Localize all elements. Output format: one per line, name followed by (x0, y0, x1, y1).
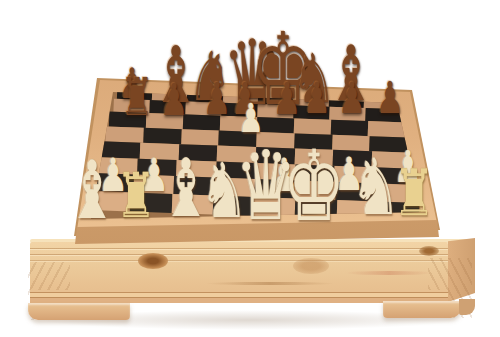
piece-h1: ♜ (393, 161, 434, 225)
pieces-layer: ♟♝♞♛♚♞♝♜♟♟♟♟♟♟♟♟♟♟♟♟♟♝♜♝♞♛♚♞♜ (0, 0, 500, 337)
piece-b1: ♜ (116, 165, 156, 227)
piece-a7: ♜ (120, 71, 154, 123)
piece-g7: ♟ (338, 77, 366, 120)
piece-f1: ♚ (282, 137, 345, 235)
piece-h7: ♟ (376, 76, 404, 120)
piece-a1: ♝ (66, 151, 118, 231)
product-photo: ♟♝♞♛♚♞♝♜♟♟♟♟♟♟♟♟♟♟♟♟♟♝♜♝♞♛♚♞♜ (0, 0, 500, 337)
piece-e7: ♟ (273, 77, 301, 121)
piece-b7: ♟ (160, 78, 188, 122)
piece-f7: ♟ (303, 77, 331, 120)
piece-c7: ♟ (203, 77, 231, 121)
